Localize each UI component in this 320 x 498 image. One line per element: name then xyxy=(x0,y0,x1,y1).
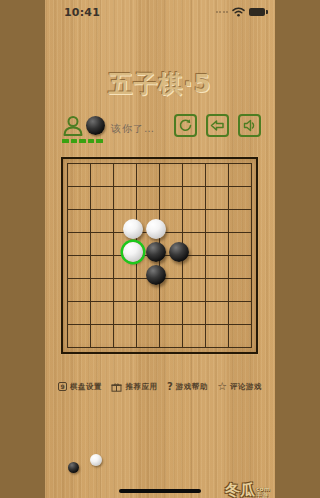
board-cell[interactable] xyxy=(113,186,136,209)
player-panel: 该你了… xyxy=(45,112,275,148)
board-cell[interactable] xyxy=(205,209,228,232)
menu-label: 棋盘设置 xyxy=(70,382,102,392)
bottom-menu: 9 棋盘设置 推荐应用 ? 游戏帮助 ☆ 评论游戏 xyxy=(45,381,275,392)
board-cell[interactable] xyxy=(136,324,159,347)
score-dash xyxy=(88,139,95,143)
board-cell[interactable] xyxy=(90,163,113,186)
board-cell[interactable] xyxy=(136,255,159,278)
board-cell[interactable] xyxy=(228,278,251,301)
board-cell[interactable] xyxy=(182,301,205,324)
board-cell[interactable] xyxy=(136,163,159,186)
board-cell[interactable] xyxy=(90,255,113,278)
board-cell[interactable] xyxy=(205,324,228,347)
board-cell[interactable] xyxy=(205,255,228,278)
board-cell[interactable] xyxy=(228,186,251,209)
board-cell[interactable] xyxy=(136,186,159,209)
watermark: 冬瓜 com 手游 xyxy=(225,483,270,498)
clock: 10:41 xyxy=(64,6,100,19)
board-cell[interactable] xyxy=(228,163,251,186)
board-cell[interactable] xyxy=(67,163,90,186)
board-cell[interactable] xyxy=(159,278,182,301)
status-bar: 10:41 xyxy=(45,0,275,24)
board-cell[interactable] xyxy=(90,324,113,347)
board-cell[interactable] xyxy=(205,278,228,301)
board-cell[interactable] xyxy=(67,255,90,278)
restart-button[interactable] xyxy=(174,114,197,137)
menu-item-recommended-apps[interactable]: 推荐应用 xyxy=(111,381,157,392)
left-arrow-icon xyxy=(210,119,225,132)
board-cell[interactable] xyxy=(67,278,90,301)
board-cell[interactable] xyxy=(90,186,113,209)
board-cell[interactable] xyxy=(67,232,90,255)
board-cell[interactable] xyxy=(228,232,251,255)
board-cell[interactable] xyxy=(159,301,182,324)
board-cell[interactable] xyxy=(205,186,228,209)
page-title: 五子棋·5 xyxy=(45,68,275,100)
home-indicator[interactable] xyxy=(119,489,201,494)
board-cell[interactable] xyxy=(67,301,90,324)
board-cell[interactable] xyxy=(182,163,205,186)
board-cell[interactable] xyxy=(159,209,182,232)
board-cell[interactable] xyxy=(182,255,205,278)
board-cell[interactable] xyxy=(136,209,159,232)
watermark-text: 冬瓜 xyxy=(225,483,255,498)
person-icon xyxy=(62,114,86,138)
speaker-icon xyxy=(243,119,257,132)
board-settings-icon: 9 xyxy=(58,382,67,391)
cellular-signal-icon xyxy=(216,11,229,13)
score-dash xyxy=(62,139,69,143)
board-cell[interactable] xyxy=(205,232,228,255)
score-dash xyxy=(79,139,86,143)
gift-icon xyxy=(111,382,122,392)
status-icons xyxy=(216,7,266,17)
refresh-icon xyxy=(178,118,193,133)
menu-item-game-help[interactable]: ? 游戏帮助 xyxy=(167,381,208,392)
watermark-sub-bottom: 手游 xyxy=(256,492,268,498)
gomoku-board[interactable] xyxy=(61,157,258,354)
action-buttons xyxy=(174,114,261,137)
board-cell[interactable] xyxy=(228,255,251,278)
board-cell[interactable] xyxy=(90,209,113,232)
board-cell[interactable] xyxy=(228,324,251,347)
menu-item-rate-game[interactable]: ☆ 评论游戏 xyxy=(217,381,262,392)
wifi-icon xyxy=(232,7,245,17)
undo-button[interactable] xyxy=(206,114,229,137)
board-cell[interactable] xyxy=(182,209,205,232)
board-cell[interactable] xyxy=(136,301,159,324)
board-cell[interactable] xyxy=(159,255,182,278)
board-cell[interactable] xyxy=(67,324,90,347)
board-cell[interactable] xyxy=(90,232,113,255)
board-cell[interactable] xyxy=(182,278,205,301)
board-cell[interactable] xyxy=(136,278,159,301)
board-cell[interactable] xyxy=(205,163,228,186)
board-cell[interactable] xyxy=(228,301,251,324)
board-cell[interactable] xyxy=(90,278,113,301)
menu-label: 推荐应用 xyxy=(125,382,157,392)
board-cell[interactable] xyxy=(113,232,136,255)
menu-label: 评论游戏 xyxy=(230,382,262,392)
board-cell[interactable] xyxy=(113,324,136,347)
board-cell[interactable] xyxy=(136,232,159,255)
board-cell[interactable] xyxy=(113,163,136,186)
menu-item-board-settings[interactable]: 9 棋盘设置 xyxy=(58,381,102,392)
board-cell[interactable] xyxy=(182,232,205,255)
board-cell[interactable] xyxy=(67,186,90,209)
board-cell[interactable] xyxy=(113,278,136,301)
board-cell[interactable] xyxy=(182,186,205,209)
sound-button[interactable] xyxy=(238,114,261,137)
question-icon: ? xyxy=(167,382,173,392)
board-cell[interactable] xyxy=(159,163,182,186)
board-cell[interactable] xyxy=(159,324,182,347)
app-screen: 10:41 五子棋·5 该你了… xyxy=(45,0,275,498)
decor-stone-black xyxy=(68,462,79,473)
board-cell[interactable] xyxy=(113,255,136,278)
score-dashes xyxy=(62,139,103,143)
board-cell[interactable] xyxy=(113,301,136,324)
score-dash xyxy=(71,139,78,143)
star-icon: ☆ xyxy=(217,381,227,392)
decor-stone-white xyxy=(90,454,102,466)
turn-stone-black xyxy=(86,116,105,135)
board-cell[interactable] xyxy=(159,186,182,209)
board-cell[interactable] xyxy=(159,232,182,255)
board-cell[interactable] xyxy=(113,209,136,232)
board-cell[interactable] xyxy=(67,209,90,232)
board-cell[interactable] xyxy=(228,209,251,232)
turn-status-text: 该你了… xyxy=(111,122,155,136)
board-cell[interactable] xyxy=(205,301,228,324)
board-cell[interactable] xyxy=(90,301,113,324)
board-cell[interactable] xyxy=(182,324,205,347)
board-grid xyxy=(67,163,252,348)
battery-icon xyxy=(249,8,265,16)
score-dash xyxy=(96,139,103,143)
menu-label: 游戏帮助 xyxy=(176,382,208,392)
